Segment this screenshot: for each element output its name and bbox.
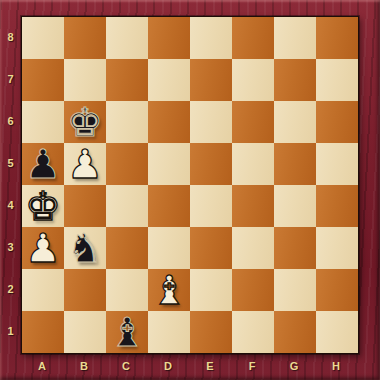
board-frame: 87654321 ♚♟♟♚♟♞♝♝ ABCDEFGH (0, 0, 380, 380)
rank-label-6: 6 (0, 100, 21, 142)
square-g3[interactable] (274, 227, 316, 269)
square-a2[interactable] (22, 269, 64, 311)
square-a8[interactable] (22, 17, 64, 59)
piece-white-king-a4[interactable]: ♚ (25, 185, 61, 227)
square-e1[interactable] (190, 311, 232, 353)
square-h4[interactable] (316, 185, 358, 227)
square-c6[interactable] (106, 101, 148, 143)
square-e8[interactable] (190, 17, 232, 59)
square-g1[interactable] (274, 311, 316, 353)
square-c5[interactable] (106, 143, 148, 185)
file-label-d: D (147, 353, 189, 379)
square-h1[interactable] (316, 311, 358, 353)
file-label-e: E (189, 353, 231, 379)
square-b5[interactable]: ♟ (64, 143, 106, 185)
square-a7[interactable] (22, 59, 64, 101)
square-d1[interactable] (148, 311, 190, 353)
file-label-f: F (231, 353, 273, 379)
square-e6[interactable] (190, 101, 232, 143)
rank-label-3: 3 (0, 226, 21, 268)
piece-black-king-b6[interactable]: ♚ (67, 101, 103, 143)
square-c3[interactable] (106, 227, 148, 269)
square-e7[interactable] (190, 59, 232, 101)
file-labels: ABCDEFGH (21, 353, 357, 379)
rank-labels: 87654321 (0, 16, 21, 352)
square-g6[interactable] (274, 101, 316, 143)
chess-board[interactable]: ♚♟♟♚♟♞♝♝ (21, 16, 359, 354)
square-h5[interactable] (316, 143, 358, 185)
square-g4[interactable] (274, 185, 316, 227)
square-c4[interactable] (106, 185, 148, 227)
square-c8[interactable] (106, 17, 148, 59)
square-h7[interactable] (316, 59, 358, 101)
file-label-b: B (63, 353, 105, 379)
square-h8[interactable] (316, 17, 358, 59)
rank-label-5: 5 (0, 142, 21, 184)
file-label-g: G (273, 353, 315, 379)
square-c7[interactable] (106, 59, 148, 101)
square-d6[interactable] (148, 101, 190, 143)
square-e4[interactable] (190, 185, 232, 227)
square-d2[interactable]: ♝ (148, 269, 190, 311)
square-b2[interactable] (64, 269, 106, 311)
square-d5[interactable] (148, 143, 190, 185)
square-d7[interactable] (148, 59, 190, 101)
piece-white-pawn-a3[interactable]: ♟ (25, 227, 61, 269)
square-g8[interactable] (274, 17, 316, 59)
square-f4[interactable] (232, 185, 274, 227)
square-f7[interactable] (232, 59, 274, 101)
square-c1[interactable]: ♝ (106, 311, 148, 353)
square-e2[interactable] (190, 269, 232, 311)
square-d4[interactable] (148, 185, 190, 227)
piece-white-pawn-b5[interactable]: ♟ (67, 143, 103, 185)
square-g7[interactable] (274, 59, 316, 101)
square-b4[interactable] (64, 185, 106, 227)
square-f2[interactable] (232, 269, 274, 311)
square-b3[interactable]: ♞ (64, 227, 106, 269)
square-a4[interactable]: ♚ (22, 185, 64, 227)
piece-black-knight-b3[interactable]: ♞ (67, 227, 103, 269)
square-f1[interactable] (232, 311, 274, 353)
rank-label-1: 1 (0, 310, 21, 352)
square-f5[interactable] (232, 143, 274, 185)
file-label-c: C (105, 353, 147, 379)
rank-label-7: 7 (0, 58, 21, 100)
square-f8[interactable] (232, 17, 274, 59)
square-f3[interactable] (232, 227, 274, 269)
rank-label-8: 8 (0, 16, 21, 58)
square-g5[interactable] (274, 143, 316, 185)
piece-black-pawn-a5[interactable]: ♟ (25, 143, 61, 185)
square-h3[interactable] (316, 227, 358, 269)
square-b7[interactable] (64, 59, 106, 101)
square-b8[interactable] (64, 17, 106, 59)
square-a1[interactable] (22, 311, 64, 353)
file-label-h: H (315, 353, 357, 379)
square-b1[interactable] (64, 311, 106, 353)
square-g2[interactable] (274, 269, 316, 311)
square-c2[interactable] (106, 269, 148, 311)
square-f6[interactable] (232, 101, 274, 143)
square-e3[interactable] (190, 227, 232, 269)
square-a3[interactable]: ♟ (22, 227, 64, 269)
square-a5[interactable]: ♟ (22, 143, 64, 185)
piece-black-bishop-c1[interactable]: ♝ (109, 311, 145, 353)
square-e5[interactable] (190, 143, 232, 185)
piece-white-bishop-d2[interactable]: ♝ (151, 269, 187, 311)
square-b6[interactable]: ♚ (64, 101, 106, 143)
file-label-a: A (21, 353, 63, 379)
rank-label-4: 4 (0, 184, 21, 226)
square-h2[interactable] (316, 269, 358, 311)
rank-label-2: 2 (0, 268, 21, 310)
square-d8[interactable] (148, 17, 190, 59)
square-a6[interactable] (22, 101, 64, 143)
square-d3[interactable] (148, 227, 190, 269)
square-h6[interactable] (316, 101, 358, 143)
